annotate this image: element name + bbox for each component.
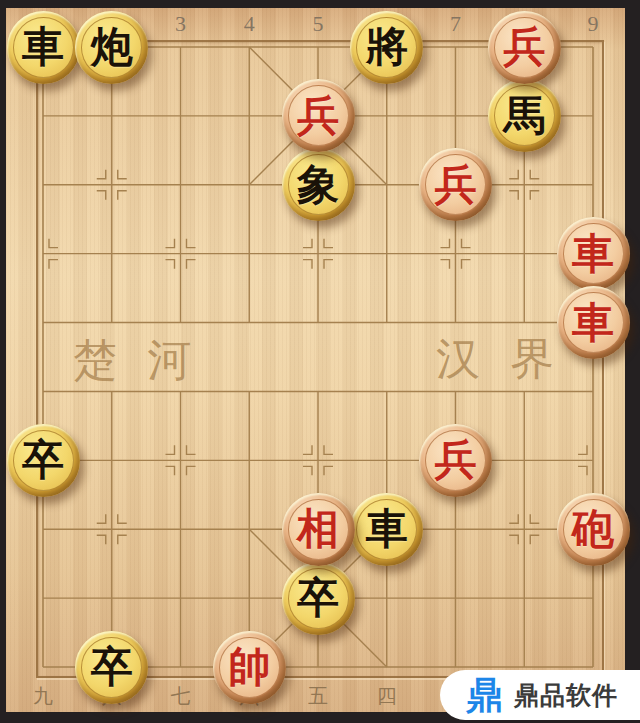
piece-glyph: 炮 bbox=[81, 17, 142, 78]
piece-glyph: 卒 bbox=[81, 637, 142, 698]
piece-black-chariot-6-7[interactable]: 車 bbox=[350, 493, 423, 566]
piece-glyph: 砲 bbox=[563, 499, 624, 560]
piece-glyph: 兵 bbox=[425, 154, 486, 215]
piece-glyph: 象 bbox=[288, 154, 349, 215]
piece-glyph: 車 bbox=[563, 223, 624, 284]
file-label-top-3: 3 bbox=[168, 11, 194, 37]
piece-red-general-4-9[interactable]: 帥 bbox=[213, 631, 286, 704]
file-label-bottom-七: 七 bbox=[168, 683, 194, 710]
piece-glyph: 兵 bbox=[288, 85, 349, 146]
piece-glyph: 兵 bbox=[494, 17, 555, 78]
piece-red-chariot-9-4[interactable]: 車 bbox=[557, 286, 630, 359]
river-label-left: 楚 河 bbox=[73, 331, 201, 390]
file-label-top-7: 7 bbox=[443, 11, 469, 37]
file-label-top-4: 4 bbox=[236, 11, 262, 37]
screen: { "game": "xiangqi", "position": { "fen"… bbox=[0, 0, 640, 723]
piece-glyph: 車 bbox=[563, 292, 624, 353]
watermark: 鼎 鼎品软件 bbox=[440, 670, 640, 720]
piece-glyph: 相 bbox=[288, 499, 349, 560]
river-label-right: 汉 界 bbox=[436, 330, 564, 389]
piece-black-soldier-5-8[interactable]: 卒 bbox=[282, 562, 355, 635]
piece-black-horse-8-1[interactable]: 馬 bbox=[488, 79, 561, 152]
piece-black-soldier-1-6[interactable]: 卒 bbox=[7, 424, 80, 497]
piece-glyph: 車 bbox=[356, 499, 417, 560]
file-label-top-9: 9 bbox=[580, 11, 606, 37]
piece-black-general-6-0[interactable]: 將 bbox=[350, 11, 423, 84]
piece-red-soldier-8-0[interactable]: 兵 bbox=[488, 11, 561, 84]
piece-glyph: 將 bbox=[356, 17, 417, 78]
piece-black-soldier-2-9[interactable]: 卒 bbox=[75, 631, 148, 704]
piece-red-soldier-7-2[interactable]: 兵 bbox=[419, 148, 492, 221]
piece-glyph: 兵 bbox=[425, 430, 486, 491]
piece-glyph: 帥 bbox=[219, 637, 280, 698]
piece-red-soldier-7-6[interactable]: 兵 bbox=[419, 424, 492, 497]
piece-glyph: 馬 bbox=[494, 85, 555, 146]
piece-glyph: 卒 bbox=[288, 568, 349, 629]
piece-glyph: 車 bbox=[13, 17, 74, 78]
file-label-bottom-五: 五 bbox=[305, 683, 331, 710]
file-label-top-5: 5 bbox=[305, 11, 331, 37]
piece-red-elephant-5-7[interactable]: 相 bbox=[282, 493, 355, 566]
piece-black-chariot-1-0[interactable]: 車 bbox=[7, 11, 80, 84]
file-label-bottom-九: 九 bbox=[30, 683, 56, 710]
piece-red-soldier-5-1[interactable]: 兵 bbox=[282, 79, 355, 152]
piece-red-chariot-9-3[interactable]: 車 bbox=[557, 217, 630, 290]
piece-glyph: 卒 bbox=[13, 430, 74, 491]
dingpin-logo-icon: 鼎 bbox=[466, 677, 503, 714]
piece-black-cannon-2-0[interactable]: 炮 bbox=[75, 11, 148, 84]
xiangqi-board[interactable]: 楚 河 汉 界 123456789 九八七六五四三二一 車炮將馬象卒車卒卒兵兵兵… bbox=[6, 8, 625, 712]
piece-black-elephant-5-2[interactable]: 象 bbox=[282, 148, 355, 221]
watermark-text: 鼎品软件 bbox=[514, 679, 618, 712]
piece-red-cannon-9-7[interactable]: 砲 bbox=[557, 493, 630, 566]
file-label-bottom-四: 四 bbox=[374, 683, 400, 710]
